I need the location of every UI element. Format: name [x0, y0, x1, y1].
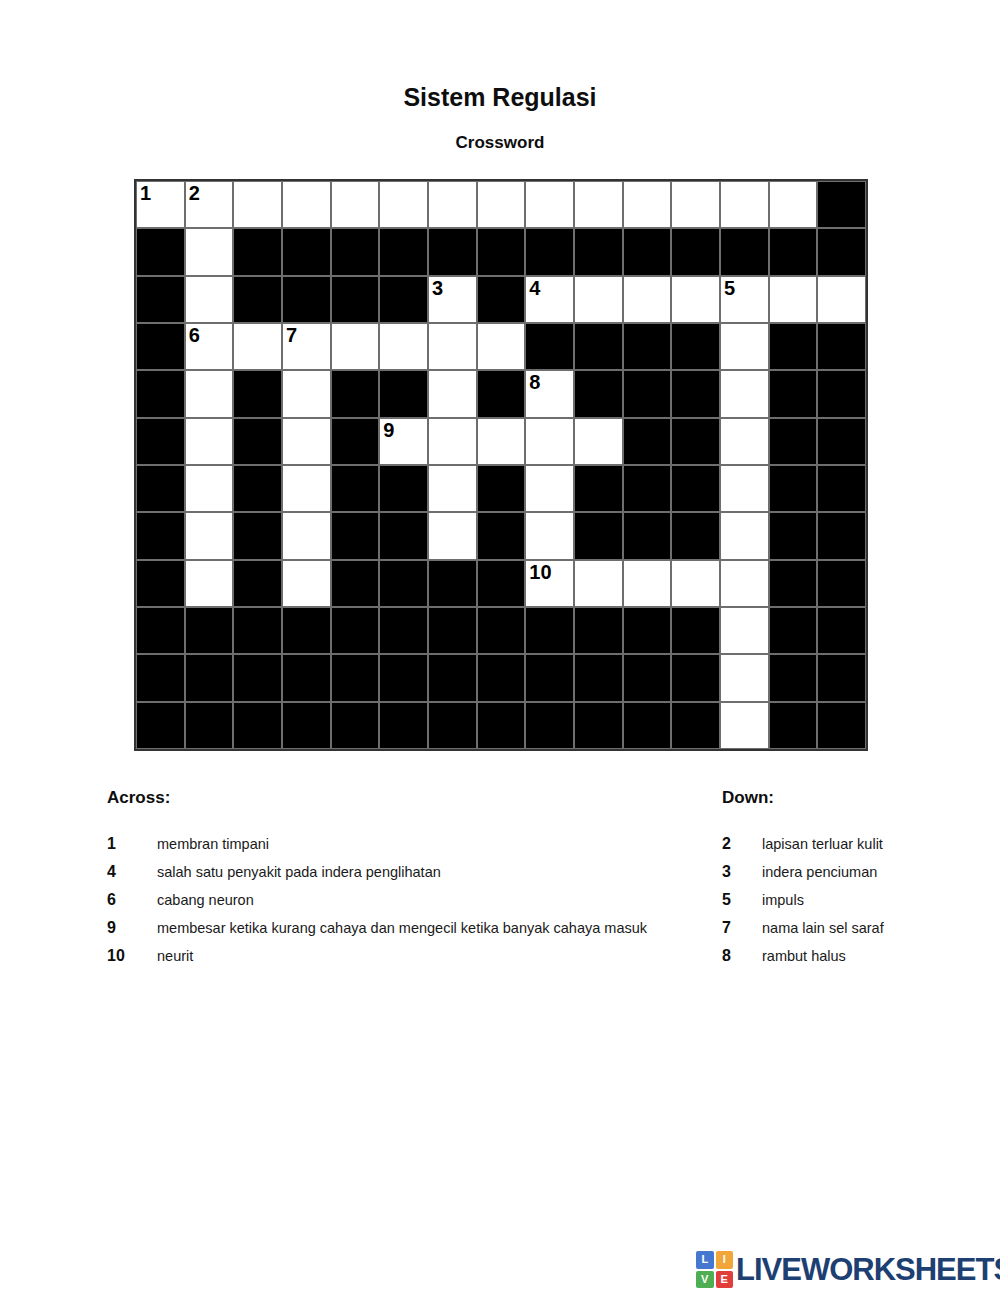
clue-number: 8 [722, 942, 762, 970]
white-cell[interactable] [720, 465, 769, 512]
white-cell[interactable] [817, 276, 866, 323]
white-cell[interactable] [720, 512, 769, 559]
white-cell[interactable] [525, 181, 574, 228]
black-cell [136, 370, 185, 417]
black-cell [233, 276, 282, 323]
clue-text: salah satu penyakit pada indera pengliha… [157, 858, 441, 886]
black-cell [769, 702, 818, 749]
clue-text: nama lain sel saraf [762, 914, 884, 942]
liveworksheets-logo: LIVE LIVEWORKSHEETS [696, 1251, 1000, 1288]
white-cell[interactable]: 2 [185, 181, 234, 228]
black-cell [574, 654, 623, 701]
white-cell[interactable] [720, 607, 769, 654]
white-cell[interactable] [282, 560, 331, 607]
cell-clue-number: 6 [189, 324, 200, 346]
black-cell [817, 654, 866, 701]
black-cell [477, 370, 526, 417]
black-cell [331, 276, 380, 323]
black-cell [282, 702, 331, 749]
white-cell[interactable] [769, 276, 818, 323]
brand-text: LIVEWORKSHEETS [736, 1251, 1000, 1288]
white-cell[interactable] [574, 181, 623, 228]
clue-text: lapisan terluar kulit [762, 830, 883, 858]
black-cell [331, 702, 380, 749]
white-cell[interactable] [671, 276, 720, 323]
clue-text: neurit [157, 942, 193, 970]
black-cell [623, 228, 672, 275]
white-cell[interactable] [233, 323, 282, 370]
black-cell [331, 370, 380, 417]
white-cell[interactable]: 9 [379, 418, 428, 465]
clue-number: 7 [722, 914, 762, 942]
black-cell [136, 418, 185, 465]
white-cell[interactable] [185, 465, 234, 512]
worksheet-page: Sistem Regulasi Crossword 12345678910 Ac… [0, 0, 1000, 1291]
black-cell [769, 465, 818, 512]
black-cell [477, 512, 526, 559]
clue-text: impuls [762, 886, 804, 914]
black-cell [477, 654, 526, 701]
clue-text: membesar ketika kurang cahaya dan mengec… [157, 914, 647, 942]
black-cell [817, 560, 866, 607]
clue-row: 8rambut halus [722, 942, 884, 970]
clue-text: cabang neuron [157, 886, 254, 914]
white-cell[interactable] [477, 418, 526, 465]
black-cell [817, 181, 866, 228]
black-cell [477, 276, 526, 323]
black-cell [379, 560, 428, 607]
crossword-grid: 12345678910 [134, 179, 868, 751]
white-cell[interactable] [379, 323, 428, 370]
black-cell [282, 276, 331, 323]
black-cell [817, 323, 866, 370]
white-cell[interactable] [185, 228, 234, 275]
white-cell[interactable] [525, 465, 574, 512]
black-cell [331, 560, 380, 607]
black-cell [574, 465, 623, 512]
black-cell [671, 465, 720, 512]
across-list: 1membran timpani4salah satu penyakit pad… [107, 830, 647, 970]
white-cell[interactable]: 10 [525, 560, 574, 607]
cell-clue-number: 4 [529, 277, 540, 299]
white-cell[interactable] [185, 560, 234, 607]
black-cell [817, 370, 866, 417]
black-cell [525, 323, 574, 370]
black-cell [671, 228, 720, 275]
black-cell [769, 370, 818, 417]
cell-clue-number: 10 [529, 561, 551, 583]
cell-clue-number: 7 [286, 324, 297, 346]
black-cell [477, 607, 526, 654]
black-cell [477, 228, 526, 275]
black-cell [817, 228, 866, 275]
white-cell[interactable]: 1 [136, 181, 185, 228]
black-cell [769, 607, 818, 654]
down-list: 2lapisan terluar kulit3indera penciuman5… [722, 830, 884, 970]
black-cell [282, 654, 331, 701]
white-cell[interactable] [282, 181, 331, 228]
black-cell [185, 702, 234, 749]
white-cell[interactable] [185, 512, 234, 559]
black-cell [282, 607, 331, 654]
black-cell [331, 418, 380, 465]
clue-row: 5impuls [722, 886, 884, 914]
black-cell [817, 702, 866, 749]
black-cell [477, 702, 526, 749]
white-cell[interactable]: 6 [185, 323, 234, 370]
black-cell [671, 418, 720, 465]
black-cell [623, 512, 672, 559]
black-cell [428, 228, 477, 275]
black-cell [671, 370, 720, 417]
black-cell [233, 512, 282, 559]
black-cell [331, 228, 380, 275]
white-cell[interactable] [720, 323, 769, 370]
black-cell [136, 323, 185, 370]
white-cell[interactable] [720, 702, 769, 749]
black-cell [623, 418, 672, 465]
logo-letter-l: L [696, 1251, 714, 1269]
black-cell [477, 465, 526, 512]
white-cell[interactable]: 5 [720, 276, 769, 323]
down-heading: Down: [722, 788, 774, 808]
clue-number: 4 [107, 858, 157, 886]
black-cell [136, 276, 185, 323]
clue-text: membran timpani [157, 830, 269, 858]
white-cell[interactable]: 8 [525, 370, 574, 417]
black-cell [574, 607, 623, 654]
black-cell [477, 560, 526, 607]
black-cell [185, 654, 234, 701]
black-cell [623, 465, 672, 512]
black-cell [769, 418, 818, 465]
black-cell [379, 512, 428, 559]
white-cell[interactable] [720, 370, 769, 417]
black-cell [769, 323, 818, 370]
black-cell [720, 228, 769, 275]
logo-letter-e: E [716, 1271, 734, 1289]
white-cell[interactable] [282, 512, 331, 559]
cell-clue-number: 2 [189, 182, 200, 204]
clue-row: 1membran timpani [107, 830, 647, 858]
white-cell[interactable] [525, 418, 574, 465]
clue-number: 5 [722, 886, 762, 914]
white-cell[interactable] [671, 181, 720, 228]
black-cell [331, 607, 380, 654]
white-cell[interactable] [428, 181, 477, 228]
clue-number: 2 [722, 830, 762, 858]
logo-letter-v: V [696, 1271, 714, 1289]
white-cell[interactable] [185, 276, 234, 323]
white-cell[interactable] [574, 418, 623, 465]
black-cell [817, 512, 866, 559]
black-cell [185, 607, 234, 654]
black-cell [233, 228, 282, 275]
black-cell [136, 607, 185, 654]
black-cell [136, 702, 185, 749]
white-cell[interactable] [331, 323, 380, 370]
black-cell [525, 702, 574, 749]
black-cell [136, 228, 185, 275]
black-cell [525, 654, 574, 701]
white-cell[interactable] [477, 323, 526, 370]
black-cell [769, 654, 818, 701]
clue-number: 9 [107, 914, 157, 942]
black-cell [574, 228, 623, 275]
black-cell [671, 654, 720, 701]
black-cell [233, 370, 282, 417]
white-cell[interactable] [720, 560, 769, 607]
black-cell [379, 370, 428, 417]
black-cell [379, 702, 428, 749]
black-cell [136, 560, 185, 607]
white-cell[interactable] [574, 276, 623, 323]
black-cell [428, 560, 477, 607]
white-cell[interactable] [477, 181, 526, 228]
white-cell[interactable] [428, 512, 477, 559]
black-cell [817, 465, 866, 512]
white-cell[interactable]: 4 [525, 276, 574, 323]
white-cell[interactable] [428, 418, 477, 465]
black-cell [671, 702, 720, 749]
cell-clue-number: 9 [383, 419, 394, 441]
black-cell [428, 702, 477, 749]
black-cell [233, 654, 282, 701]
clue-number: 10 [107, 942, 157, 970]
liveworksheets-grid-icon: LIVE [696, 1251, 733, 1288]
black-cell [331, 654, 380, 701]
white-cell[interactable]: 3 [428, 276, 477, 323]
black-cell [623, 323, 672, 370]
clue-row: 4salah satu penyakit pada indera penglih… [107, 858, 647, 886]
black-cell [379, 654, 428, 701]
black-cell [769, 512, 818, 559]
black-cell [331, 512, 380, 559]
black-cell [233, 465, 282, 512]
black-cell [233, 560, 282, 607]
clue-row: 6cabang neuron [107, 886, 647, 914]
clue-number: 6 [107, 886, 157, 914]
clue-number: 3 [722, 858, 762, 886]
black-cell [282, 228, 331, 275]
black-cell [574, 512, 623, 559]
white-cell[interactable] [623, 181, 672, 228]
black-cell [574, 702, 623, 749]
black-cell [331, 465, 380, 512]
clue-row: 10neurit [107, 942, 647, 970]
white-cell[interactable] [282, 465, 331, 512]
black-cell [817, 418, 866, 465]
black-cell [623, 654, 672, 701]
black-cell [233, 702, 282, 749]
white-cell[interactable] [185, 418, 234, 465]
white-cell[interactable] [185, 370, 234, 417]
white-cell[interactable] [282, 418, 331, 465]
clue-row: 3indera penciuman [722, 858, 884, 886]
clue-number: 1 [107, 830, 157, 858]
black-cell [671, 512, 720, 559]
white-cell[interactable] [671, 560, 720, 607]
black-cell [769, 228, 818, 275]
white-cell[interactable] [720, 418, 769, 465]
across-heading: Across: [107, 788, 170, 808]
black-cell [525, 607, 574, 654]
black-cell [379, 276, 428, 323]
cell-clue-number: 3 [432, 277, 443, 299]
clue-text: indera penciuman [762, 858, 877, 886]
white-cell[interactable] [525, 512, 574, 559]
cell-clue-number: 5 [724, 277, 735, 299]
white-cell[interactable] [428, 370, 477, 417]
white-cell[interactable] [623, 276, 672, 323]
white-cell[interactable] [720, 181, 769, 228]
white-cell[interactable] [574, 560, 623, 607]
clue-text: rambut halus [762, 942, 846, 970]
cell-clue-number: 1 [140, 182, 151, 204]
white-cell[interactable] [428, 323, 477, 370]
black-cell [769, 560, 818, 607]
white-cell[interactable] [428, 465, 477, 512]
black-cell [817, 607, 866, 654]
black-cell [233, 607, 282, 654]
black-cell [574, 370, 623, 417]
white-cell[interactable] [331, 181, 380, 228]
logo-letter-i: I [716, 1251, 734, 1269]
clue-row: 7nama lain sel saraf [722, 914, 884, 942]
black-cell [233, 418, 282, 465]
white-cell[interactable] [282, 370, 331, 417]
black-cell [136, 512, 185, 559]
black-cell [379, 465, 428, 512]
black-cell [623, 702, 672, 749]
clue-row: 2lapisan terluar kulit [722, 830, 884, 858]
black-cell [428, 654, 477, 701]
page-title: Sistem Regulasi [0, 83, 1000, 112]
black-cell [136, 465, 185, 512]
black-cell [379, 607, 428, 654]
black-cell [574, 323, 623, 370]
white-cell[interactable] [233, 181, 282, 228]
page-subtitle: Crossword [0, 133, 1000, 153]
black-cell [136, 654, 185, 701]
white-cell[interactable] [379, 181, 428, 228]
cell-clue-number: 8 [529, 371, 540, 393]
white-cell[interactable]: 7 [282, 323, 331, 370]
black-cell [525, 228, 574, 275]
white-cell[interactable] [720, 654, 769, 701]
black-cell [379, 228, 428, 275]
clue-row: 9membesar ketika kurang cahaya dan menge… [107, 914, 647, 942]
white-cell[interactable] [769, 181, 818, 228]
black-cell [671, 323, 720, 370]
black-cell [623, 607, 672, 654]
black-cell [428, 607, 477, 654]
white-cell[interactable] [623, 560, 672, 607]
black-cell [671, 607, 720, 654]
black-cell [623, 370, 672, 417]
